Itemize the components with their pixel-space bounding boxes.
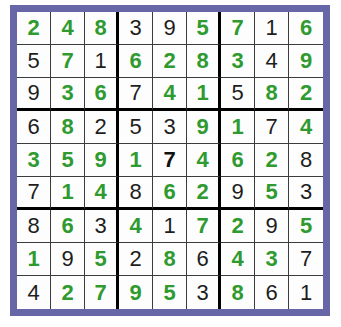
cell-r7c6[interactable]: 7 xyxy=(187,210,221,243)
cell-r1c6[interactable]: 5 xyxy=(187,12,221,45)
cell-r1c8[interactable]: 1 xyxy=(255,12,289,45)
cell-r3c8[interactable]: 8 xyxy=(255,78,289,111)
cell-r8c4[interactable]: 2 xyxy=(119,243,153,276)
cell-r6c9[interactable]: 3 xyxy=(289,177,323,210)
cell-r7c3[interactable]: 3 xyxy=(85,210,119,243)
cell-r6c4[interactable]: 8 xyxy=(119,177,153,210)
cell-r2c3[interactable]: 1 xyxy=(85,45,119,78)
cell-r5c1[interactable]: 3 xyxy=(17,144,51,177)
cell-r7c1[interactable]: 8 xyxy=(17,210,51,243)
cell-r9c7[interactable]: 8 xyxy=(221,276,255,309)
cell-r5c7[interactable]: 6 xyxy=(221,144,255,177)
cell-r3c9[interactable]: 2 xyxy=(289,78,323,111)
cell-r2c8[interactable]: 4 xyxy=(255,45,289,78)
cell-r1c9[interactable]: 6 xyxy=(289,12,323,45)
cell-r4c2[interactable]: 8 xyxy=(51,111,85,144)
cell-r3c5[interactable]: 4 xyxy=(153,78,187,111)
cell-r2c5[interactable]: 2 xyxy=(153,45,187,78)
cell-r6c1[interactable]: 7 xyxy=(17,177,51,210)
cell-r6c7[interactable]: 9 xyxy=(221,177,255,210)
cell-r1c7[interactable]: 7 xyxy=(221,12,255,45)
cell-r4c6[interactable]: 9 xyxy=(187,111,221,144)
cell-r9c5[interactable]: 5 xyxy=(153,276,187,309)
cell-r8c3[interactable]: 5 xyxy=(85,243,119,276)
cell-r4c7[interactable]: 1 xyxy=(221,111,255,144)
cell-r7c4[interactable]: 4 xyxy=(119,210,153,243)
cell-r6c3[interactable]: 4 xyxy=(85,177,119,210)
cell-r2c9[interactable]: 9 xyxy=(289,45,323,78)
cell-r1c5[interactable]: 9 xyxy=(153,12,187,45)
cell-r5c5[interactable]: 7 xyxy=(153,144,187,177)
cell-r6c8[interactable]: 5 xyxy=(255,177,289,210)
cell-r3c4[interactable]: 7 xyxy=(119,78,153,111)
cell-r4c9[interactable]: 4 xyxy=(289,111,323,144)
cell-r5c9[interactable]: 8 xyxy=(289,144,323,177)
cell-r4c1[interactable]: 6 xyxy=(17,111,51,144)
cell-r9c6[interactable]: 3 xyxy=(187,276,221,309)
cell-r9c9[interactable]: 1 xyxy=(289,276,323,309)
cell-r7c2[interactable]: 6 xyxy=(51,210,85,243)
cell-r4c8[interactable]: 7 xyxy=(255,111,289,144)
cell-r9c8[interactable]: 6 xyxy=(255,276,289,309)
cell-r8c6[interactable]: 6 xyxy=(187,243,221,276)
cell-r5c4[interactable]: 1 xyxy=(119,144,153,177)
cell-r4c4[interactable]: 5 xyxy=(119,111,153,144)
sudoku-board: 2483957165716283499367415826825391743591… xyxy=(0,0,341,316)
cell-r7c5[interactable]: 1 xyxy=(153,210,187,243)
cell-r1c3[interactable]: 8 xyxy=(85,12,119,45)
cell-r9c2[interactable]: 2 xyxy=(51,276,85,309)
cell-r8c1[interactable]: 1 xyxy=(17,243,51,276)
cell-r6c2[interactable]: 1 xyxy=(51,177,85,210)
cell-r2c1[interactable]: 5 xyxy=(17,45,51,78)
cell-r1c2[interactable]: 4 xyxy=(51,12,85,45)
cell-r2c2[interactable]: 7 xyxy=(51,45,85,78)
cell-r3c1[interactable]: 9 xyxy=(17,78,51,111)
cell-r6c6[interactable]: 2 xyxy=(187,177,221,210)
cell-r5c6[interactable]: 4 xyxy=(187,144,221,177)
cell-r8c7[interactable]: 4 xyxy=(221,243,255,276)
cell-r9c1[interactable]: 4 xyxy=(17,276,51,309)
cell-r7c8[interactable]: 9 xyxy=(255,210,289,243)
cell-r2c4[interactable]: 6 xyxy=(119,45,153,78)
cell-r3c7[interactable]: 5 xyxy=(221,78,255,111)
cell-r5c3[interactable]: 9 xyxy=(85,144,119,177)
cell-r1c1[interactable]: 2 xyxy=(17,12,51,45)
cell-r4c3[interactable]: 2 xyxy=(85,111,119,144)
cell-r7c9[interactable]: 5 xyxy=(289,210,323,243)
cell-r2c7[interactable]: 3 xyxy=(221,45,255,78)
cell-r8c2[interactable]: 9 xyxy=(51,243,85,276)
cell-r3c2[interactable]: 3 xyxy=(51,78,85,111)
cell-r9c3[interactable]: 7 xyxy=(85,276,119,309)
cell-r8c5[interactable]: 8 xyxy=(153,243,187,276)
cell-r2c6[interactable]: 8 xyxy=(187,45,221,78)
cell-r8c8[interactable]: 3 xyxy=(255,243,289,276)
cell-r9c4[interactable]: 9 xyxy=(119,276,153,309)
cell-r4c5[interactable]: 3 xyxy=(153,111,187,144)
cell-r1c4[interactable]: 3 xyxy=(119,12,153,45)
cell-r3c3[interactable]: 6 xyxy=(85,78,119,111)
cell-r8c9[interactable]: 7 xyxy=(289,243,323,276)
cell-r5c8[interactable]: 2 xyxy=(255,144,289,177)
cell-r7c7[interactable]: 2 xyxy=(221,210,255,243)
cell-r6c5[interactable]: 6 xyxy=(153,177,187,210)
cell-r5c2[interactable]: 5 xyxy=(51,144,85,177)
sudoku-grid: 2483957165716283499367415826825391743591… xyxy=(10,5,330,316)
cell-r3c6[interactable]: 1 xyxy=(187,78,221,111)
